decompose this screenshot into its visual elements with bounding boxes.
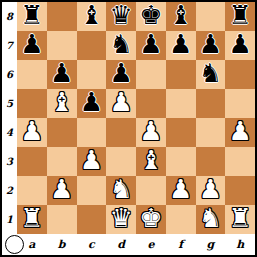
rank-label-6: 6 (2, 60, 17, 89)
piece-white-rook[interactable]: ♜ (228, 205, 251, 233)
square-c8[interactable]: ♝ (77, 2, 107, 31)
square-b6[interactable]: ♟ (47, 60, 77, 89)
piece-white-pawn[interactable]: ♟ (109, 89, 132, 117)
square-c1[interactable] (77, 205, 107, 234)
square-d3[interactable] (106, 147, 136, 176)
square-d2[interactable]: ♞ (106, 176, 136, 205)
square-d1[interactable]: ♛ (106, 205, 136, 234)
square-f5[interactable] (166, 89, 196, 118)
piece-black-pawn[interactable]: ♟ (199, 31, 222, 59)
square-g1[interactable]: ♞ (196, 205, 226, 234)
piece-white-pawn[interactable]: ♟ (50, 176, 73, 204)
piece-white-pawn[interactable]: ♟ (199, 176, 222, 204)
square-h3[interactable] (225, 147, 255, 176)
piece-white-pawn[interactable]: ♟ (20, 118, 43, 146)
file-label-d: d (106, 234, 136, 255)
piece-black-king[interactable]: ♚ (139, 2, 162, 30)
square-a4[interactable]: ♟ (17, 118, 47, 147)
square-g4[interactable] (196, 118, 226, 147)
square-e7[interactable]: ♟ (136, 31, 166, 60)
square-d4[interactable] (106, 118, 136, 147)
piece-black-pawn[interactable]: ♟ (109, 60, 132, 88)
square-c7[interactable] (77, 31, 107, 60)
coordinate-strip: abcdefgh (2, 234, 255, 255)
chess-widget: 87654321 ♜♝♛♚♝♜♟♞♟♟♟♟♟♟♞♝♟♟♟♟♟♟♝♟♞♟♟♜♛♚♞… (0, 0, 257, 257)
square-e4[interactable]: ♟ (136, 118, 166, 147)
square-d6[interactable]: ♟ (106, 60, 136, 89)
piece-white-queen[interactable]: ♛ (109, 205, 132, 233)
file-label-a: a (17, 234, 47, 255)
square-e1[interactable]: ♚ (136, 205, 166, 234)
piece-black-pawn[interactable]: ♟ (169, 31, 192, 59)
rank-label-2: 2 (2, 176, 17, 205)
square-a5[interactable] (17, 89, 47, 118)
square-e5[interactable] (136, 89, 166, 118)
square-b1[interactable] (47, 205, 77, 234)
piece-black-knight[interactable]: ♞ (109, 31, 132, 59)
rank-label-8: 8 (2, 2, 17, 31)
piece-white-knight[interactable]: ♞ (109, 176, 132, 204)
square-b4[interactable] (47, 118, 77, 147)
piece-white-bishop[interactable]: ♝ (50, 89, 73, 117)
rank-label-4: 4 (2, 118, 17, 147)
square-f8[interactable]: ♝ (166, 2, 196, 31)
square-a3[interactable] (17, 147, 47, 176)
square-b2[interactable]: ♟ (47, 176, 77, 205)
piece-black-pawn[interactable]: ♟ (139, 31, 162, 59)
piece-white-king[interactable]: ♚ (139, 205, 162, 233)
square-a8[interactable]: ♜ (17, 2, 47, 31)
rank-label-1: 1 (2, 205, 17, 234)
piece-black-rook[interactable]: ♜ (20, 2, 43, 30)
square-h1[interactable]: ♜ (225, 205, 255, 234)
square-g2[interactable]: ♟ (196, 176, 226, 205)
file-label-h: h (225, 234, 255, 255)
square-g7[interactable]: ♟ (196, 31, 226, 60)
file-label-g: g (196, 234, 226, 255)
square-g6[interactable]: ♞ (196, 60, 226, 89)
piece-black-knight[interactable]: ♞ (199, 60, 222, 88)
piece-black-bishop[interactable]: ♝ (169, 2, 192, 30)
square-g5[interactable] (196, 89, 226, 118)
square-a6[interactable] (17, 60, 47, 89)
square-a7[interactable]: ♟ (17, 31, 47, 60)
piece-white-pawn[interactable]: ♟ (169, 176, 192, 204)
piece-black-bishop[interactable]: ♝ (80, 2, 103, 30)
square-h2[interactable] (225, 176, 255, 205)
square-e2[interactable] (136, 176, 166, 205)
square-d8[interactable]: ♛ (106, 2, 136, 31)
piece-black-pawn[interactable]: ♟ (228, 31, 251, 59)
file-labels: abcdefgh (17, 234, 255, 255)
square-d5[interactable]: ♟ (106, 89, 136, 118)
piece-black-pawn[interactable]: ♟ (20, 31, 43, 59)
square-f7[interactable]: ♟ (166, 31, 196, 60)
square-h5[interactable] (225, 89, 255, 118)
square-b5[interactable]: ♝ (47, 89, 77, 118)
piece-black-pawn[interactable]: ♟ (50, 60, 73, 88)
square-g8[interactable] (196, 2, 226, 31)
square-e6[interactable] (136, 60, 166, 89)
piece-white-pawn[interactable]: ♟ (228, 118, 251, 146)
rank-label-3: 3 (2, 147, 17, 176)
square-c5[interactable]: ♟ (77, 89, 107, 118)
piece-white-pawn[interactable]: ♟ (139, 118, 162, 146)
square-d7[interactable]: ♞ (106, 31, 136, 60)
chess-board[interactable]: ♜♝♛♚♝♜♟♞♟♟♟♟♟♟♞♝♟♟♟♟♟♟♝♟♞♟♟♜♛♚♞♜ (17, 2, 255, 234)
square-b8[interactable] (47, 2, 77, 31)
file-label-f: f (166, 234, 196, 255)
square-c3[interactable]: ♟ (77, 147, 107, 176)
rank-label-7: 7 (2, 31, 17, 60)
rank-label-5: 5 (2, 89, 17, 118)
square-f6[interactable] (166, 60, 196, 89)
piece-white-knight[interactable]: ♞ (199, 205, 222, 233)
square-a2[interactable] (17, 176, 47, 205)
square-a1[interactable]: ♜ (17, 205, 47, 234)
file-label-b: b (47, 234, 77, 255)
rank-labels: 87654321 (2, 2, 17, 234)
piece-black-rook[interactable]: ♜ (228, 2, 251, 30)
square-e3[interactable]: ♝ (136, 147, 166, 176)
file-label-e: e (136, 234, 166, 255)
square-c6[interactable] (77, 60, 107, 89)
piece-white-pawn[interactable]: ♟ (80, 147, 103, 175)
square-g3[interactable] (196, 147, 226, 176)
square-b7[interactable] (47, 31, 77, 60)
piece-white-rook[interactable]: ♜ (20, 205, 43, 233)
square-h8[interactable]: ♜ (225, 2, 255, 31)
square-f2[interactable]: ♟ (166, 176, 196, 205)
square-h4[interactable]: ♟ (225, 118, 255, 147)
square-e8[interactable]: ♚ (136, 2, 166, 31)
square-f4[interactable] (166, 118, 196, 147)
square-f1[interactable] (166, 205, 196, 234)
square-c4[interactable] (77, 118, 107, 147)
file-label-c: c (77, 234, 107, 255)
square-h6[interactable] (225, 60, 255, 89)
piece-black-queen[interactable]: ♛ (109, 2, 132, 30)
square-f3[interactable] (166, 147, 196, 176)
piece-black-pawn[interactable]: ♟ (80, 89, 103, 117)
square-h7[interactable]: ♟ (225, 31, 255, 60)
square-b3[interactable] (47, 147, 77, 176)
square-c2[interactable] (77, 176, 107, 205)
piece-white-bishop[interactable]: ♝ (139, 147, 162, 175)
